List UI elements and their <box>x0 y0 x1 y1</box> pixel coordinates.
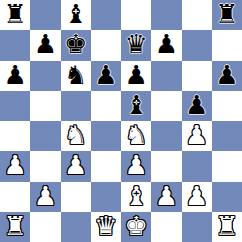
square-b4[interactable] <box>30 121 60 151</box>
piece-black-pawn[interactable]: ♟ <box>215 62 238 88</box>
square-c7[interactable]: ♚ <box>61 30 91 60</box>
square-c2[interactable] <box>61 182 91 212</box>
square-h4[interactable] <box>212 121 242 151</box>
square-g8[interactable] <box>182 0 212 30</box>
piece-black-pawn[interactable]: ♟ <box>94 62 117 88</box>
square-f3[interactable] <box>151 151 181 181</box>
square-b7[interactable]: ♟ <box>30 30 60 60</box>
piece-white-pawn[interactable]: ♟ <box>3 152 26 178</box>
square-e5[interactable]: ♝ <box>121 91 151 121</box>
square-h7[interactable] <box>212 30 242 60</box>
square-e6[interactable]: ♟ <box>121 61 151 91</box>
piece-black-pawn[interactable]: ♟ <box>155 31 178 57</box>
piece-black-queen[interactable]: ♛ <box>124 31 147 57</box>
square-a1[interactable]: ♜ <box>0 212 30 242</box>
piece-white-pawn[interactable]: ♟ <box>155 183 178 209</box>
square-e8[interactable] <box>121 0 151 30</box>
square-b2[interactable]: ♟ <box>30 182 60 212</box>
square-b3[interactable] <box>30 151 60 181</box>
square-d2[interactable] <box>91 182 121 212</box>
square-f5[interactable] <box>151 91 181 121</box>
square-e3[interactable]: ♟ <box>121 151 151 181</box>
piece-black-bishop[interactable]: ♝ <box>124 92 147 118</box>
square-c6[interactable]: ♞ <box>61 61 91 91</box>
piece-white-pawn[interactable]: ♟ <box>34 183 57 209</box>
square-a2[interactable] <box>0 182 30 212</box>
piece-white-queen[interactable]: ♛ <box>94 213 117 239</box>
square-b1[interactable] <box>30 212 60 242</box>
piece-black-pawn[interactable]: ♟ <box>34 31 57 57</box>
piece-black-bishop[interactable]: ♝ <box>64 1 87 27</box>
piece-white-pawn[interactable]: ♟ <box>185 183 208 209</box>
piece-black-rook[interactable]: ♜ <box>215 1 238 27</box>
piece-black-rook[interactable]: ♜ <box>3 1 26 27</box>
square-f6[interactable] <box>151 61 181 91</box>
piece-white-bishop[interactable]: ♝ <box>124 183 147 209</box>
piece-black-pawn[interactable]: ♟ <box>185 92 208 118</box>
square-d8[interactable] <box>91 0 121 30</box>
square-c4[interactable]: ♞ <box>61 121 91 151</box>
square-d6[interactable]: ♟ <box>91 61 121 91</box>
piece-white-rook[interactable]: ♜ <box>215 213 238 239</box>
square-a4[interactable] <box>0 121 30 151</box>
piece-black-king[interactable]: ♚ <box>64 31 87 57</box>
square-f7[interactable]: ♟ <box>151 30 181 60</box>
piece-black-knight[interactable]: ♞ <box>64 62 87 88</box>
square-e1[interactable]: ♚ <box>121 212 151 242</box>
piece-white-knight[interactable]: ♞ <box>124 122 147 148</box>
piece-white-king[interactable]: ♚ <box>124 213 147 239</box>
square-d4[interactable] <box>91 121 121 151</box>
piece-white-pawn[interactable]: ♟ <box>64 152 87 178</box>
square-e7[interactable]: ♛ <box>121 30 151 60</box>
square-a7[interactable] <box>0 30 30 60</box>
square-h2[interactable] <box>212 182 242 212</box>
square-a8[interactable]: ♜ <box>0 0 30 30</box>
square-b6[interactable] <box>30 61 60 91</box>
piece-white-pawn[interactable]: ♟ <box>185 122 208 148</box>
chess-board: ♜♝♜♟♚♛♟♟♞♟♟♟♝♟♞♞♟♟♟♟♟♝♟♟♜♛♚♜ <box>0 0 242 242</box>
square-c5[interactable] <box>61 91 91 121</box>
square-g2[interactable]: ♟ <box>182 182 212 212</box>
square-h8[interactable]: ♜ <box>212 0 242 30</box>
square-g3[interactable] <box>182 151 212 181</box>
square-d1[interactable]: ♛ <box>91 212 121 242</box>
square-a3[interactable]: ♟ <box>0 151 30 181</box>
square-f4[interactable] <box>151 121 181 151</box>
square-g4[interactable]: ♟ <box>182 121 212 151</box>
square-d3[interactable] <box>91 151 121 181</box>
piece-white-pawn[interactable]: ♟ <box>124 152 147 178</box>
square-e2[interactable]: ♝ <box>121 182 151 212</box>
square-h6[interactable]: ♟ <box>212 61 242 91</box>
square-c1[interactable] <box>61 212 91 242</box>
square-d7[interactable] <box>91 30 121 60</box>
square-g1[interactable] <box>182 212 212 242</box>
square-a5[interactable] <box>0 91 30 121</box>
square-b5[interactable] <box>30 91 60 121</box>
square-g5[interactable]: ♟ <box>182 91 212 121</box>
square-c3[interactable]: ♟ <box>61 151 91 181</box>
piece-black-pawn[interactable]: ♟ <box>124 62 147 88</box>
piece-white-knight[interactable]: ♞ <box>64 122 87 148</box>
square-d5[interactable] <box>91 91 121 121</box>
square-b8[interactable] <box>30 0 60 30</box>
square-f2[interactable]: ♟ <box>151 182 181 212</box>
square-a6[interactable]: ♟ <box>0 61 30 91</box>
square-f1[interactable] <box>151 212 181 242</box>
square-e4[interactable]: ♞ <box>121 121 151 151</box>
square-h5[interactable] <box>212 91 242 121</box>
square-g6[interactable] <box>182 61 212 91</box>
square-c8[interactable]: ♝ <box>61 0 91 30</box>
square-h1[interactable]: ♜ <box>212 212 242 242</box>
piece-white-rook[interactable]: ♜ <box>3 213 26 239</box>
piece-black-pawn[interactable]: ♟ <box>3 62 26 88</box>
square-g7[interactable] <box>182 30 212 60</box>
square-f8[interactable] <box>151 0 181 30</box>
square-h3[interactable] <box>212 151 242 181</box>
